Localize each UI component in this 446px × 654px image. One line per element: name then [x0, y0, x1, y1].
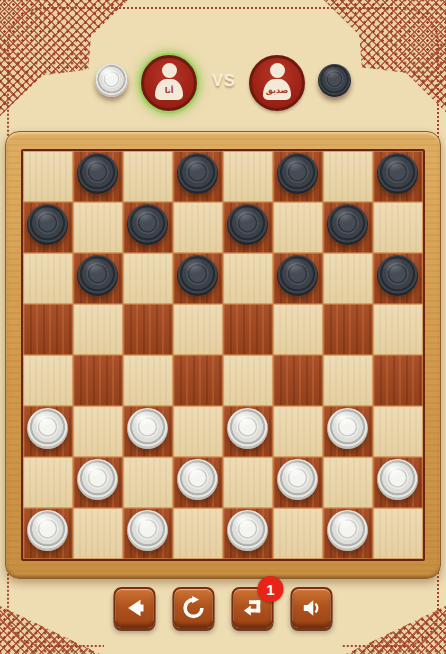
- board-cell[interactable]: [73, 151, 123, 202]
- board-cell[interactable]: [23, 508, 73, 559]
- board-cell[interactable]: [123, 253, 173, 304]
- black-checker[interactable]: [377, 255, 418, 296]
- board-cell[interactable]: [373, 355, 423, 406]
- white-checker[interactable]: [77, 459, 118, 500]
- undo-icon: [241, 596, 265, 620]
- board-cell[interactable]: [223, 457, 273, 508]
- board-cell[interactable]: [123, 202, 173, 253]
- person-icon: صديق: [252, 58, 302, 108]
- black-checker[interactable]: [277, 153, 318, 194]
- match-header: أنا VS صديق: [0, 0, 446, 130]
- restart-button[interactable]: [173, 587, 215, 628]
- board-cell[interactable]: [223, 202, 273, 253]
- board-cell[interactable]: [323, 151, 373, 202]
- board-cell[interactable]: [73, 508, 123, 559]
- white-checker[interactable]: [227, 408, 268, 449]
- undo-badge: 1: [258, 576, 284, 602]
- white-checker[interactable]: [377, 459, 418, 500]
- board-cell[interactable]: [223, 151, 273, 202]
- speaker-icon: [300, 596, 324, 620]
- board-cell[interactable]: [173, 355, 223, 406]
- board-cell[interactable]: [373, 253, 423, 304]
- board-cell[interactable]: [123, 304, 173, 355]
- board-cell[interactable]: [73, 304, 123, 355]
- sound-button[interactable]: [291, 587, 333, 628]
- board-cell[interactable]: [323, 304, 373, 355]
- black-checker[interactable]: [77, 255, 118, 296]
- black-checker[interactable]: [77, 153, 118, 194]
- frame-mask: [104, 640, 342, 651]
- board-cell[interactable]: [323, 406, 373, 457]
- restart-icon: [182, 596, 206, 620]
- back-arrow-icon: [123, 596, 147, 620]
- player-right-name: صديق: [252, 86, 302, 96]
- black-piece-indicator: [318, 64, 351, 97]
- ornament-bottom-left: [0, 606, 100, 654]
- board-cell[interactable]: [373, 151, 423, 202]
- black-checker[interactable]: [177, 255, 218, 296]
- board-cell[interactable]: [373, 457, 423, 508]
- white-checker[interactable]: [127, 510, 168, 551]
- black-checker[interactable]: [27, 204, 68, 245]
- board-cell[interactable]: [223, 304, 273, 355]
- black-checker[interactable]: [277, 255, 318, 296]
- white-checker[interactable]: [27, 510, 68, 551]
- board-cell[interactable]: [373, 304, 423, 355]
- board-cell[interactable]: [73, 355, 123, 406]
- board-cell[interactable]: [173, 508, 223, 559]
- black-checker[interactable]: [227, 204, 268, 245]
- board-cell[interactable]: [23, 202, 73, 253]
- white-checker[interactable]: [27, 408, 68, 449]
- board-cell[interactable]: [173, 457, 223, 508]
- white-piece-indicator: [95, 64, 128, 97]
- white-checker[interactable]: [277, 459, 318, 500]
- board-cell[interactable]: [23, 406, 73, 457]
- board-cell[interactable]: [23, 253, 73, 304]
- undo-button[interactable]: 1: [232, 587, 274, 628]
- game-screen: أنا VS صديق: [0, 0, 446, 654]
- board-cell[interactable]: [273, 304, 323, 355]
- board-cell[interactable]: [273, 406, 323, 457]
- player-right-avatar: صديق: [249, 55, 305, 111]
- board-cell[interactable]: [73, 457, 123, 508]
- player-left-avatar: أنا: [141, 55, 197, 111]
- white-checker[interactable]: [227, 510, 268, 551]
- board-cell[interactable]: [23, 151, 73, 202]
- back-button[interactable]: [114, 587, 156, 628]
- board-cell[interactable]: [73, 202, 123, 253]
- board-cell[interactable]: [273, 457, 323, 508]
- board-cell[interactable]: [123, 508, 173, 559]
- board-cell[interactable]: [323, 457, 373, 508]
- white-checker[interactable]: [327, 408, 368, 449]
- vs-label: VS: [204, 72, 244, 90]
- board-cell[interactable]: [323, 253, 373, 304]
- board-cell[interactable]: [223, 406, 273, 457]
- ornament-bottom-right: [346, 606, 446, 654]
- person-icon: أنا: [144, 58, 194, 108]
- board-cell[interactable]: [173, 304, 223, 355]
- board-cell[interactable]: [273, 253, 323, 304]
- board-cell[interactable]: [223, 253, 273, 304]
- board-cell[interactable]: [273, 202, 323, 253]
- black-checker[interactable]: [327, 204, 368, 245]
- board-cell[interactable]: [223, 508, 273, 559]
- board-cell[interactable]: [373, 406, 423, 457]
- player-left-name: أنا: [144, 86, 194, 96]
- black-checker[interactable]: [127, 204, 168, 245]
- white-checker[interactable]: [327, 510, 368, 551]
- board-cell[interactable]: [123, 406, 173, 457]
- black-checker[interactable]: [177, 153, 218, 194]
- board-cell[interactable]: [173, 406, 223, 457]
- board-cell[interactable]: [123, 355, 173, 406]
- board-cell[interactable]: [273, 151, 323, 202]
- board-cell[interactable]: [323, 355, 373, 406]
- board-cell[interactable]: [23, 304, 73, 355]
- toolbar: 1: [114, 587, 333, 628]
- black-checker[interactable]: [377, 153, 418, 194]
- board-cell[interactable]: [323, 508, 373, 559]
- board-cell[interactable]: [323, 202, 373, 253]
- board-grid: [21, 149, 425, 561]
- board-cell[interactable]: [373, 508, 423, 559]
- board-cell[interactable]: [273, 508, 323, 559]
- board-cell[interactable]: [223, 355, 273, 406]
- board-cell[interactable]: [173, 253, 223, 304]
- board-cell[interactable]: [173, 202, 223, 253]
- checkers-board: [5, 131, 441, 579]
- board-cell[interactable]: [73, 253, 123, 304]
- white-checker[interactable]: [177, 459, 218, 500]
- board-cell[interactable]: [173, 151, 223, 202]
- board-cell[interactable]: [273, 355, 323, 406]
- board-cell[interactable]: [73, 406, 123, 457]
- white-checker[interactable]: [127, 408, 168, 449]
- board-cell[interactable]: [23, 457, 73, 508]
- board-cell[interactable]: [123, 457, 173, 508]
- board-cell[interactable]: [123, 151, 173, 202]
- board-cell[interactable]: [23, 355, 73, 406]
- board-cell[interactable]: [373, 202, 423, 253]
